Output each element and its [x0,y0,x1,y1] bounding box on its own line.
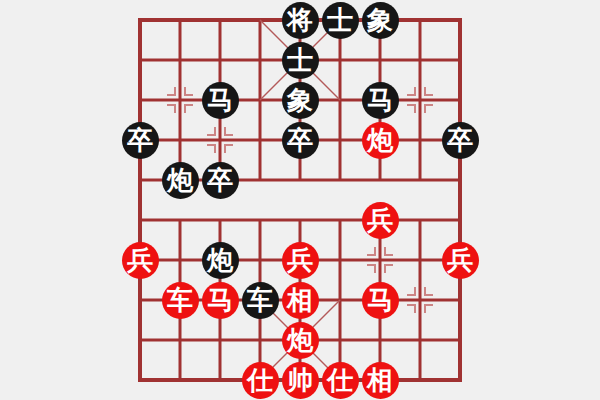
piece-red-soldier[interactable]: 兵 [362,202,399,239]
piece-red-soldier[interactable]: 兵 [442,242,479,279]
piece-red-elephant[interactable]: 相 [282,282,319,319]
piece-black-general[interactable]: 将 [282,2,319,39]
piece-red-horse[interactable]: 马 [362,282,399,319]
piece-red-general[interactable]: 帅 [282,362,319,399]
piece-red-advisor[interactable]: 仕 [242,362,279,399]
xiangqi-board: 将士象士马象马卒卒卒炮卒炮车炮兵兵兵兵车马相马炮仕帅仕相 [0,0,600,400]
piece-black-soldier[interactable]: 卒 [282,122,319,159]
piece-black-soldier[interactable]: 卒 [202,162,239,199]
piece-black-cannon[interactable]: 炮 [202,242,239,279]
board-grid: 将士象士马象马卒卒卒炮卒炮车炮兵兵兵兵车马相马炮仕帅仕相 [120,0,480,400]
piece-black-soldier[interactable]: 卒 [442,122,479,159]
piece-black-advisor[interactable]: 士 [282,42,319,79]
piece-black-cannon[interactable]: 炮 [162,162,199,199]
piece-red-soldier[interactable]: 兵 [122,242,159,279]
piece-black-horse[interactable]: 马 [202,82,239,119]
piece-red-advisor[interactable]: 仕 [322,362,359,399]
piece-red-chariot[interactable]: 车 [162,282,199,319]
piece-red-cannon[interactable]: 炮 [362,122,399,159]
piece-red-horse[interactable]: 马 [202,282,239,319]
piece-black-horse[interactable]: 马 [362,82,399,119]
piece-black-chariot[interactable]: 车 [242,282,279,319]
piece-black-advisor[interactable]: 士 [322,2,359,39]
piece-red-elephant[interactable]: 相 [362,362,399,399]
piece-black-elephant[interactable]: 象 [362,2,399,39]
piece-black-soldier[interactable]: 卒 [122,122,159,159]
piece-red-soldier[interactable]: 兵 [282,242,319,279]
piece-black-elephant[interactable]: 象 [282,82,319,119]
piece-red-cannon[interactable]: 炮 [282,322,319,359]
